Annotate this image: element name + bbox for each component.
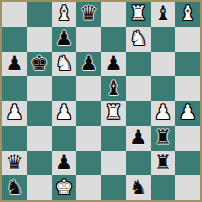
square-h6[interactable] (175, 52, 200, 77)
white-rook-e4[interactable]: ♜ (104, 102, 122, 122)
square-g7[interactable] (151, 27, 176, 52)
square-h2[interactable] (175, 151, 200, 176)
square-c3[interactable] (52, 126, 77, 151)
square-e3[interactable] (101, 126, 126, 151)
square-h5[interactable] (175, 76, 200, 101)
square-b5[interactable] (27, 76, 52, 101)
black-pawn-f3[interactable]: ♟ (129, 127, 147, 147)
square-h8[interactable]: ♝ (175, 2, 200, 27)
black-rook-g2[interactable]: ♜ (154, 152, 172, 172)
square-c8[interactable]: ♝ (52, 2, 77, 27)
square-c2[interactable]: ♟ (52, 151, 77, 176)
square-c1[interactable]: ♚ (52, 175, 77, 200)
square-g1[interactable] (151, 175, 176, 200)
black-queen-d8[interactable]: ♛ (80, 3, 98, 23)
square-a6[interactable]: ♟ (2, 52, 27, 77)
white-king-c1[interactable]: ♚ (55, 177, 73, 197)
square-a5[interactable] (2, 76, 27, 101)
square-c5[interactable] (52, 76, 77, 101)
square-e1[interactable] (101, 175, 126, 200)
square-g3[interactable]: ♜ (151, 126, 176, 151)
black-pawn-c7[interactable]: ♟ (55, 28, 73, 48)
square-e5[interactable]: ♝ (101, 76, 126, 101)
square-g5[interactable] (151, 76, 176, 101)
black-rook-g3[interactable]: ♜ (154, 127, 172, 147)
square-d5[interactable] (76, 76, 101, 101)
square-a7[interactable] (2, 27, 27, 52)
square-a4[interactable]: ♟ (2, 101, 27, 126)
white-bishop-h8[interactable]: ♝ (179, 3, 197, 23)
square-g8[interactable]: ♝ (151, 2, 176, 27)
square-d1[interactable] (76, 175, 101, 200)
square-e7[interactable] (101, 27, 126, 52)
square-b3[interactable] (27, 126, 52, 151)
black-pawn-c2[interactable]: ♟ (55, 152, 73, 172)
square-d2[interactable] (76, 151, 101, 176)
square-f5[interactable] (126, 76, 151, 101)
square-b8[interactable] (27, 2, 52, 27)
square-g4[interactable]: ♟ (151, 101, 176, 126)
square-a2[interactable]: ♛ (2, 151, 27, 176)
chess-board: ♝♛♜♝♝♟♞♟♚♞♟♟♝♟♟♜♟♟♟♜♛♟♜♞♚♞ (2, 2, 200, 200)
square-e4[interactable]: ♜ (101, 101, 126, 126)
black-knight-a1[interactable]: ♞ (5, 177, 23, 197)
white-bishop-c8[interactable]: ♝ (55, 3, 73, 23)
square-d4[interactable] (76, 101, 101, 126)
square-e2[interactable] (101, 151, 126, 176)
square-d8[interactable]: ♛ (76, 2, 101, 27)
square-a3[interactable] (2, 126, 27, 151)
square-b2[interactable] (27, 151, 52, 176)
square-a8[interactable] (2, 2, 27, 27)
square-b4[interactable] (27, 101, 52, 126)
square-g6[interactable] (151, 52, 176, 77)
square-e8[interactable] (101, 2, 126, 27)
square-h3[interactable] (175, 126, 200, 151)
square-b1[interactable] (27, 175, 52, 200)
white-pawn-h4[interactable]: ♟ (179, 102, 197, 122)
square-f4[interactable] (126, 101, 151, 126)
square-e6[interactable]: ♟ (101, 52, 126, 77)
white-pawn-g4[interactable]: ♟ (154, 102, 172, 122)
black-bishop-g8[interactable]: ♝ (154, 3, 172, 23)
black-pawn-a6[interactable]: ♟ (5, 53, 23, 73)
square-c7[interactable]: ♟ (52, 27, 77, 52)
square-g2[interactable]: ♜ (151, 151, 176, 176)
square-f2[interactable] (126, 151, 151, 176)
chess-board-frame: ♝♛♜♝♝♟♞♟♚♞♟♟♝♟♟♜♟♟♟♜♛♟♜♞♚♞ (0, 0, 202, 202)
square-f8[interactable]: ♜ (126, 2, 151, 27)
square-f6[interactable] (126, 52, 151, 77)
square-c6[interactable]: ♞ (52, 52, 77, 77)
square-d7[interactable] (76, 27, 101, 52)
square-a1[interactable]: ♞ (2, 175, 27, 200)
square-d3[interactable] (76, 126, 101, 151)
black-knight-f1[interactable]: ♞ (129, 177, 147, 197)
white-knight-c6[interactable]: ♞ (55, 53, 73, 73)
square-h1[interactable] (175, 175, 200, 200)
black-bishop-e5[interactable]: ♝ (104, 78, 122, 98)
square-c4[interactable]: ♟ (52, 101, 77, 126)
black-pawn-d6[interactable]: ♟ (80, 53, 98, 73)
black-king-b6[interactable]: ♚ (30, 53, 48, 73)
square-h7[interactable] (175, 27, 200, 52)
square-b7[interactable] (27, 27, 52, 52)
black-queen-a2[interactable]: ♛ (5, 152, 23, 172)
square-f3[interactable]: ♟ (126, 126, 151, 151)
white-pawn-a4[interactable]: ♟ (5, 102, 23, 122)
white-knight-f7[interactable]: ♞ (129, 28, 147, 48)
square-d6[interactable]: ♟ (76, 52, 101, 77)
square-b6[interactable]: ♚ (27, 52, 52, 77)
square-f7[interactable]: ♞ (126, 27, 151, 52)
black-pawn-e6[interactable]: ♟ (104, 53, 122, 73)
white-rook-f8[interactable]: ♜ (129, 3, 147, 23)
square-h4[interactable]: ♟ (175, 101, 200, 126)
white-pawn-c4[interactable]: ♟ (55, 102, 73, 122)
square-f1[interactable]: ♞ (126, 175, 151, 200)
